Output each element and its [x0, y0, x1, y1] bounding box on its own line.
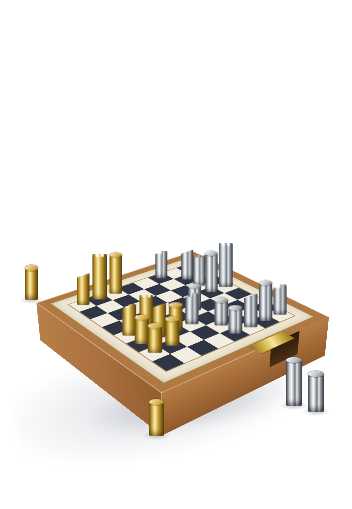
silver-rook[interactable] — [193, 255, 205, 286]
gold-pawn-offboard[interactable] — [149, 402, 164, 436]
silver-pawn[interactable] — [214, 300, 228, 326]
gold-knight[interactable] — [122, 304, 136, 336]
square-d2[interactable] — [190, 325, 220, 340]
square-e1[interactable] — [220, 327, 250, 342]
silver-bishop[interactable] — [244, 293, 258, 327]
loose-piece-slot — [149, 402, 164, 436]
silver-pawn[interactable] — [228, 307, 242, 334]
silver-knight[interactable] — [155, 251, 167, 279]
gold-bishop[interactable] — [76, 273, 89, 306]
gold-pawn[interactable] — [134, 317, 148, 344]
square-b7[interactable] — [96, 300, 124, 313]
loose-piece-slot — [308, 374, 324, 412]
silver-knight-offboard[interactable] — [286, 360, 302, 406]
silver-knight[interactable] — [273, 285, 286, 315]
silver-bishop[interactable] — [181, 249, 193, 279]
silver-pawn-offboard[interactable] — [308, 374, 324, 412]
gold-pawn[interactable] — [165, 319, 179, 346]
gold-pawn-offboard[interactable] — [25, 268, 38, 300]
gold-queen[interactable] — [109, 255, 121, 294]
loose-piece-slot — [286, 360, 302, 406]
silver-knight[interactable] — [185, 293, 198, 324]
chess-box-scene — [76, 206, 284, 414]
product-photo-stage — [0, 0, 352, 509]
silver-queen[interactable] — [205, 253, 217, 292]
gold-king[interactable] — [92, 254, 107, 300]
silver-king[interactable] — [218, 243, 232, 287]
gold-pawn[interactable] — [147, 325, 161, 353]
silver-rook[interactable] — [259, 287, 272, 321]
loose-piece-slot — [25, 268, 38, 300]
